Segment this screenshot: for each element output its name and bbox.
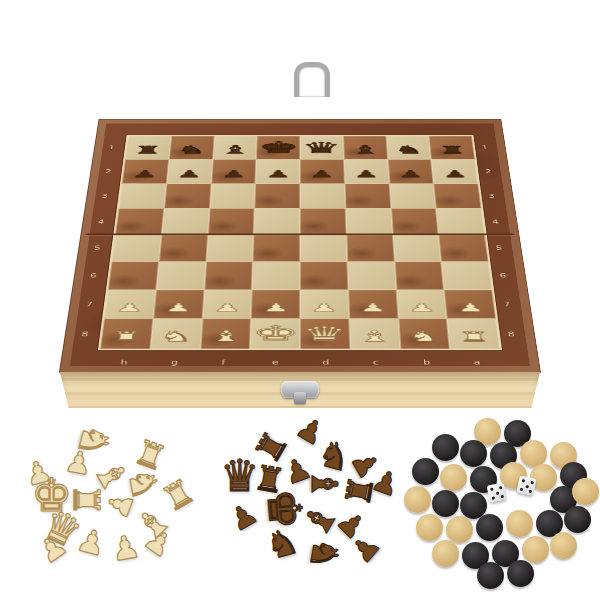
rank-label-right-4: 4 [492,219,499,225]
piece-light-knight-b8: ♞ [407,329,441,343]
square-c5 [346,234,394,261]
die-pip [500,495,503,498]
piece-dark-pawn-e2: ♟ [265,169,290,179]
square-e6 [252,261,300,289]
file-label-b: b [423,359,431,366]
die-pip [520,488,524,492]
checker-disc-wood [432,540,459,567]
piece-light-bishop-f8: ♝ [208,328,244,343]
piece-light-pawn-g7: ♟ [164,302,192,314]
rank-label-right-1: 1 [482,145,489,150]
piece-light-king-e8: ♚ [251,323,299,343]
rank-label-left-8: 8 [81,331,89,338]
file-label-g: g [171,359,179,366]
piece-dark-pawn-a2: ♟ [442,169,468,179]
checker-disc-black [477,562,504,589]
die-2 [516,475,536,495]
scattered-dark-bishop: ♝ [306,468,342,500]
piece-dark-queen-d1: ♛ [302,140,342,155]
piece-light-pawn-d7: ♟ [311,302,339,314]
square-f5 [206,234,254,261]
square-f6 [204,261,253,289]
die-1 [487,483,507,503]
scattered-dark-knight: ♞ [304,535,345,573]
piece-dark-king-e1: ♚ [257,139,299,155]
square-e4 [254,208,300,234]
piece-dark-pawn-h2: ♟ [132,169,158,179]
dark-pieces-pile: ♟♜♞♟♛♜♟♝♜♟♚♟♝♟♞♞♟ [212,416,402,591]
piece-dark-pawn-c2: ♟ [354,169,379,179]
checker-disc-black [507,560,534,587]
square-d6 [300,261,348,289]
piece-dark-knight-g1: ♞ [176,144,206,155]
square-a4 [436,208,485,234]
piece-light-bishop-c8: ♝ [357,328,393,343]
die-pip [499,486,502,489]
piece-light-rook-a8: ♜ [457,330,490,344]
piece-dark-pawn-d2: ♟ [310,169,335,179]
checker-disc-wood [440,464,467,491]
piece-dark-bishop-c1: ♝ [350,143,381,155]
file-label-d: d [322,359,329,366]
rank-label-right-5: 5 [495,245,502,251]
square-g4 [161,208,209,234]
die-pip [496,491,499,494]
carry-handle [294,62,330,97]
scattered-dark-knight: ♞ [262,522,302,565]
square-e5 [253,234,300,261]
file-label-e: e [272,359,279,366]
checker-disc-wood [404,486,431,513]
rank-label-left-7: 7 [85,301,93,307]
rank-label-left-6: 6 [90,273,97,279]
square-c4 [345,208,392,234]
checker-disc-wood [522,536,549,563]
checker-disc-wood [520,440,547,467]
piece-dark-bishop-f1: ♝ [219,143,250,155]
checker-disc-wood [446,516,473,543]
piece-dark-pawn-b2: ♟ [398,169,424,179]
piece-light-rook-h8: ♜ [110,330,143,344]
checker-disc-black [412,458,439,485]
square-d5 [300,234,347,261]
square-a6 [441,261,492,289]
light-pieces-pile: ♞♜♟♚♟♝♞♜♜♟♛♝♟♟♟♟ [15,420,205,590]
square-h6 [108,261,159,289]
checker-disc-black [564,506,591,533]
rank-label-left-4: 4 [97,219,104,225]
piece-light-pawn-a7: ♟ [456,302,485,314]
piece-light-queen-d8: ♛ [302,324,348,344]
piece-light-pawn-b7: ♟ [407,302,435,314]
die-pip [522,479,526,483]
rank-label-right-3: 3 [488,193,495,198]
piece-dark-rook-a1: ♜ [438,145,467,155]
checker-disc-wood [506,510,533,537]
die-pip [492,496,495,499]
checker-disc-black [432,434,459,461]
file-label-f: f [221,359,225,366]
piece-light-knight-g8: ♞ [159,329,193,343]
rank-label-right-8: 8 [507,331,515,338]
rank-label-right-6: 6 [499,273,506,279]
piece-dark-rook-h1: ♜ [134,145,163,155]
square-c6 [347,261,396,289]
square-g5 [159,234,208,261]
piece-light-pawn-e7: ♟ [262,302,290,314]
file-label-c: c [373,359,379,366]
rank-label-left-2: 2 [105,169,112,174]
fold-line [86,233,514,235]
rank-label-left-1: 1 [108,145,115,150]
square-b5 [392,234,441,261]
checker-disc-wood [416,514,443,541]
checker-disc-black [476,514,503,541]
rank-label-right-2: 2 [485,169,492,174]
square-b6 [394,261,444,289]
piece-light-pawn-h7: ♟ [115,302,144,314]
checker-disc-wood [572,478,599,505]
product-photo: hgfedcba1122334455667788 ♜♞♝♚♛♝♞♜♟♟♟♟♟♟♟… [0,0,600,600]
chess-board: hgfedcba1122334455667788 ♜♞♝♚♛♝♞♜♟♟♟♟♟♟♟… [60,119,540,372]
square-h5 [112,234,162,261]
checker-disc-black [432,490,459,517]
file-label-h: h [120,359,128,366]
square-b4 [391,208,439,234]
square-h4 [115,208,164,234]
piece-dark-pawn-g2: ♟ [176,169,202,179]
piece-dark-knight-b1: ♞ [394,144,424,155]
square-g6 [156,261,206,289]
file-label-a: a [473,359,480,366]
die-pip [530,481,534,485]
die-pip [528,490,532,494]
square-f4 [208,208,255,234]
metal-clasp [281,381,319,398]
square-a5 [439,234,489,261]
rank-label-right-7: 7 [503,301,511,307]
square-d4 [300,208,346,234]
die-pip [525,484,529,488]
piece-dark-pawn-f2: ♟ [221,169,246,179]
checkers-pile [402,414,600,592]
die-pip [491,488,494,491]
rank-label-left-3: 3 [101,193,108,198]
rank-label-left-5: 5 [94,245,101,251]
piece-light-pawn-c7: ♟ [359,302,387,314]
checker-disc-black [460,440,487,467]
piece-light-pawn-f7: ♟ [213,302,241,314]
checker-disc-wood [550,532,577,559]
